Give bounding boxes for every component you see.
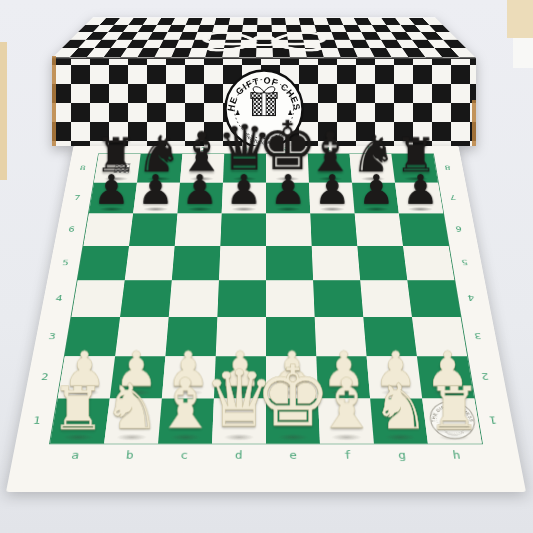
rank-label-left-6: 6 xyxy=(68,225,76,234)
white-rook[interactable]: ♜ xyxy=(427,379,480,439)
photo-scene: THE GIFT OF CHESS thegiftofchess.org ♟ ♟… xyxy=(0,0,533,533)
square-f5[interactable] xyxy=(312,246,361,281)
square-a5[interactable] xyxy=(78,246,129,281)
black-pawn[interactable]: ♟ xyxy=(226,169,263,210)
rank-label-left-5: 5 xyxy=(62,258,70,267)
square-g7[interactable]: ♟ xyxy=(352,183,399,214)
square-f1[interactable]: ♝ xyxy=(318,398,374,443)
square-e5[interactable] xyxy=(266,246,313,281)
rank-label-right-6: 6 xyxy=(455,225,463,234)
black-pawn[interactable]: ♟ xyxy=(270,169,307,210)
square-b5[interactable] xyxy=(125,246,175,281)
board-perspective-wrap: ♜♞♝♛♚♝♞♜♟♟♟♟♟♟♟♟♟♟♟♟♟♟♟♟♜♞♝♛♚♝♞♜ THE GIF… xyxy=(6,0,526,492)
chess-board-grid: ♜♞♝♛♚♝♞♜♟♟♟♟♟♟♟♟♟♟♟♟♟♟♟♟♜♞♝♛♚♝♞♜ xyxy=(50,154,482,444)
square-c4[interactable] xyxy=(169,280,219,317)
rank-label-right-5: 5 xyxy=(461,258,469,267)
file-label-bottom-e: e xyxy=(289,449,297,462)
file-label-bottom-g: g xyxy=(398,449,407,462)
square-g6[interactable] xyxy=(355,213,403,245)
square-g4[interactable] xyxy=(360,280,412,317)
vinyl-chess-mat: ♜♞♝♛♚♝♞♜♟♟♟♟♟♟♟♟♟♟♟♟♟♟♟♟♜♞♝♛♚♝♞♜ THE GIF… xyxy=(6,146,526,492)
square-d5[interactable] xyxy=(219,246,266,281)
rank-label-right-7: 7 xyxy=(449,193,457,201)
file-label-bottom-a: a xyxy=(71,449,80,462)
file-label-bottom-c: c xyxy=(180,449,188,462)
rank-label-left-1: 1 xyxy=(32,414,42,426)
black-pawn[interactable]: ♟ xyxy=(358,169,395,210)
black-pawn[interactable]: ♟ xyxy=(93,169,130,210)
white-knight[interactable]: ♞ xyxy=(372,375,429,438)
square-h5[interactable] xyxy=(403,246,454,281)
rank-label-left-7: 7 xyxy=(74,193,82,201)
square-d7[interactable]: ♟ xyxy=(222,183,266,214)
black-pawn[interactable]: ♟ xyxy=(314,169,351,210)
square-b7[interactable]: ♟ xyxy=(133,183,180,214)
file-label-bottom-d: d xyxy=(235,449,243,462)
square-a7[interactable]: ♟ xyxy=(89,183,137,214)
square-a1[interactable]: ♜ xyxy=(50,398,110,443)
square-h7[interactable]: ♟ xyxy=(395,183,443,214)
rank-label-left-3: 3 xyxy=(48,331,57,342)
rank-label-left-8: 8 xyxy=(79,164,86,172)
square-a6[interactable] xyxy=(83,213,133,245)
rank-label-right-2: 2 xyxy=(481,371,490,382)
rank-label-right-8: 8 xyxy=(444,164,451,172)
square-b4[interactable] xyxy=(120,280,172,317)
square-h1[interactable]: ♜ xyxy=(422,398,482,443)
square-h6[interactable] xyxy=(399,213,449,245)
square-f7[interactable]: ♟ xyxy=(309,183,355,214)
rank-label-right-4: 4 xyxy=(467,293,475,303)
square-c5[interactable] xyxy=(172,246,221,281)
square-d6[interactable] xyxy=(220,213,266,245)
rank-label-left-2: 2 xyxy=(40,371,49,382)
file-label-bottom-b: b xyxy=(125,449,134,462)
black-pawn[interactable]: ♟ xyxy=(402,169,439,210)
file-label-bottom-f: f xyxy=(343,449,351,462)
white-bishop[interactable]: ♝ xyxy=(316,369,378,438)
black-pawn[interactable]: ♟ xyxy=(181,169,218,210)
square-b1[interactable]: ♞ xyxy=(104,398,162,443)
square-b6[interactable] xyxy=(129,213,177,245)
square-a4[interactable] xyxy=(71,280,124,317)
square-e1[interactable]: ♚ xyxy=(266,398,320,443)
square-f4[interactable] xyxy=(313,280,363,317)
square-f6[interactable] xyxy=(310,213,357,245)
rank-label-left-4: 4 xyxy=(55,293,63,303)
square-c7[interactable]: ♟ xyxy=(177,183,223,214)
square-d4[interactable] xyxy=(217,280,266,317)
white-knight[interactable]: ♞ xyxy=(103,375,160,438)
file-label-bottom-h: h xyxy=(452,449,461,462)
square-e4[interactable] xyxy=(266,280,315,317)
rank-label-right-3: 3 xyxy=(473,331,482,342)
black-pawn[interactable]: ♟ xyxy=(137,169,174,210)
square-e6[interactable] xyxy=(266,213,312,245)
square-g5[interactable] xyxy=(357,246,407,281)
white-rook[interactable]: ♜ xyxy=(51,379,104,439)
square-h4[interactable] xyxy=(407,280,460,317)
rank-label-right-1: 1 xyxy=(488,414,498,426)
square-g1[interactable]: ♞ xyxy=(370,398,428,443)
square-e7[interactable]: ♟ xyxy=(266,183,310,214)
square-c6[interactable] xyxy=(175,213,222,245)
